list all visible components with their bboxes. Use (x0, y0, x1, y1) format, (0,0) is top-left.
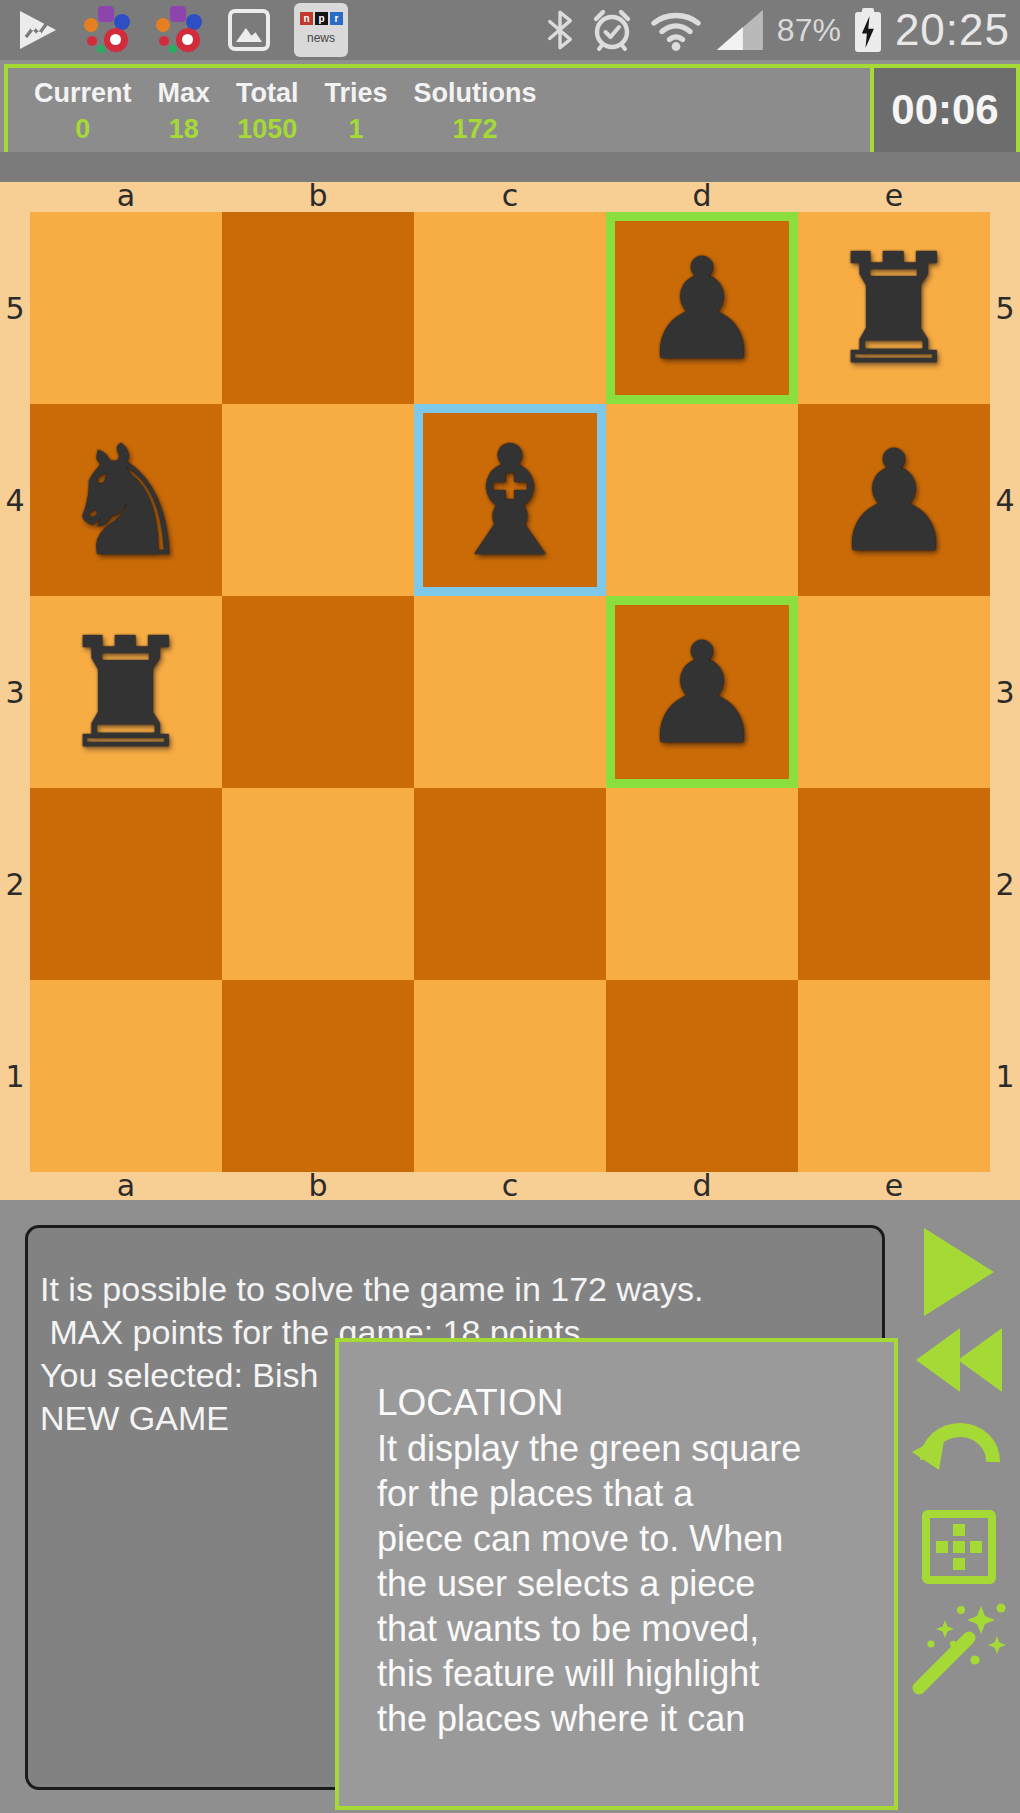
stat-value: 0 (75, 112, 90, 146)
npr-r: r (330, 12, 343, 25)
square-c4[interactable]: ♝ (414, 404, 606, 596)
square-b3[interactable] (222, 596, 414, 788)
tooltip-line: that wants to be moved, (377, 1606, 876, 1651)
stat-value: 172 (453, 112, 498, 146)
square-a2[interactable] (30, 788, 222, 980)
file-label-b: b (222, 1170, 414, 1202)
stat-value: 18 (169, 112, 199, 146)
stat-tries: Tries 1 (325, 74, 388, 146)
play-games-icon (14, 8, 60, 52)
file-label-d: d (606, 1170, 798, 1202)
tooltip-body: It display the green squarefor the place… (377, 1426, 876, 1741)
square-b1[interactable] (222, 980, 414, 1172)
play-icon (924, 1228, 994, 1316)
stat-total: Total 1050 (236, 74, 299, 146)
file-label-a: a (30, 180, 222, 212)
location-button[interactable] (898, 1510, 1020, 1584)
square-e5[interactable]: ♜ (798, 212, 990, 404)
piece-black-pawn-d5[interactable]: ♟ (606, 212, 798, 404)
npr-n: n (300, 12, 313, 25)
undo-icon (911, 1412, 1007, 1478)
npr-p: p (315, 12, 328, 25)
tooltip-line: the places where it can (377, 1696, 876, 1741)
magic-wand-icon (909, 1598, 1009, 1698)
hint-button[interactable] (898, 1598, 1020, 1698)
npr-news-icon: n p r news (294, 3, 348, 57)
piece-black-bishop-c4[interactable]: ♝ (414, 404, 606, 596)
stat-label: Max (158, 74, 211, 112)
status-bar: n p r news 87% 20:25 (0, 0, 1020, 60)
npr-caption: news (294, 31, 348, 45)
board-grid: ♟♜♞♝♟♜♟ (30, 212, 990, 1172)
piece-black-rook-a3[interactable]: ♜ (30, 596, 222, 788)
play-button[interactable] (898, 1228, 1020, 1316)
location-tooltip: LOCATION It display the green squarefor … (335, 1338, 898, 1810)
wifi-icon (649, 8, 703, 52)
rank-label-1: 1 (990, 980, 1020, 1172)
piece-black-knight-a4[interactable]: ♞ (30, 404, 222, 596)
stat-value: 1050 (237, 112, 297, 146)
stats-columns: Current 0Max 18Total 1050Tries 1Solution… (8, 68, 563, 152)
bluetooth-icon (545, 8, 575, 52)
rank-label-1: 1 (0, 980, 30, 1172)
rewind-icon (916, 1328, 1002, 1392)
square-e1[interactable] (798, 980, 990, 1172)
square-e2[interactable] (798, 788, 990, 980)
rewind-button[interactable] (898, 1328, 1020, 1392)
square-c5[interactable] (414, 212, 606, 404)
rank-labels-right: 54321 (990, 212, 1020, 1172)
battery-charging-icon (855, 8, 881, 52)
square-a3[interactable]: ♜ (30, 596, 222, 788)
file-label-d: d (606, 180, 798, 212)
square-a5[interactable] (30, 212, 222, 404)
stat-label: Current (34, 74, 132, 112)
bingo-app-icon (84, 6, 132, 54)
stat-label: Total (236, 74, 299, 112)
file-label-b: b (222, 180, 414, 212)
file-labels-top: abcde (30, 180, 990, 210)
rank-label-2: 2 (990, 788, 1020, 980)
rank-label-2: 2 (0, 788, 30, 980)
stat-label: Tries (325, 74, 388, 112)
square-c1[interactable] (414, 980, 606, 1172)
square-c3[interactable] (414, 596, 606, 788)
battery-percent: 87% (777, 12, 841, 49)
stat-label: Solutions (414, 74, 537, 112)
rank-label-4: 4 (0, 404, 30, 596)
timer-value: 00:06 (891, 86, 998, 134)
tooltip-line: the user selects a piece (377, 1561, 876, 1606)
square-d3[interactable]: ♟ (606, 596, 798, 788)
rank-label-4: 4 (990, 404, 1020, 596)
undo-button[interactable] (898, 1412, 1020, 1478)
square-e4[interactable]: ♟ (798, 404, 990, 596)
square-a1[interactable] (30, 980, 222, 1172)
timer-box: 00:06 (870, 68, 1016, 152)
file-label-c: c (414, 180, 606, 212)
square-d1[interactable] (606, 980, 798, 1172)
stat-value: 1 (349, 112, 364, 146)
tooltip-title: LOCATION (377, 1380, 876, 1426)
square-c2[interactable] (414, 788, 606, 980)
status-clock: 20:25 (895, 5, 1010, 55)
file-label-e: e (798, 1170, 990, 1202)
tooltip-line: this feature will highlight (377, 1651, 876, 1696)
square-b4[interactable] (222, 404, 414, 596)
tooltip-line: piece can move to. When (377, 1516, 876, 1561)
tooltip-line: for the places that a (377, 1471, 876, 1516)
piece-black-rook-e5[interactable]: ♜ (798, 212, 990, 404)
log-line: It is possible to solve the game in 172 … (40, 1268, 868, 1311)
location-icon (922, 1510, 996, 1584)
action-buttons (898, 1200, 1020, 1813)
rank-labels-left: 54321 (0, 212, 30, 1172)
square-d5[interactable]: ♟ (606, 212, 798, 404)
file-label-a: a (30, 1170, 222, 1202)
piece-black-pawn-d3[interactable]: ♟ (606, 596, 798, 788)
rank-label-3: 3 (0, 596, 30, 788)
alarm-icon (589, 7, 635, 53)
square-e3[interactable] (798, 596, 990, 788)
stat-current: Current 0 (34, 74, 132, 146)
tooltip-line: It display the green square (377, 1426, 876, 1471)
stats-panel: Current 0Max 18Total 1050Tries 1Solution… (4, 64, 1020, 156)
square-a4[interactable]: ♞ (30, 404, 222, 596)
stat-solutions: Solutions 172 (414, 74, 537, 146)
file-labels-bottom: abcde (30, 1170, 990, 1200)
square-b5[interactable] (222, 212, 414, 404)
rank-label-5: 5 (990, 212, 1020, 404)
bingo-app-icon (156, 6, 204, 54)
file-label-c: c (414, 1170, 606, 1202)
gallery-icon (228, 9, 270, 51)
square-d4[interactable] (606, 404, 798, 596)
signal-icon (717, 10, 763, 50)
rank-label-3: 3 (990, 596, 1020, 788)
square-b2[interactable] (222, 788, 414, 980)
stat-max: Max 18 (158, 74, 211, 146)
rank-label-5: 5 (0, 212, 30, 404)
chess-board: abcde abcde 54321 54321 ♟♜♞♝♟♜♟ (0, 182, 1020, 1200)
square-d2[interactable] (606, 788, 798, 980)
file-label-e: e (798, 180, 990, 212)
piece-black-pawn-e4[interactable]: ♟ (798, 404, 990, 596)
